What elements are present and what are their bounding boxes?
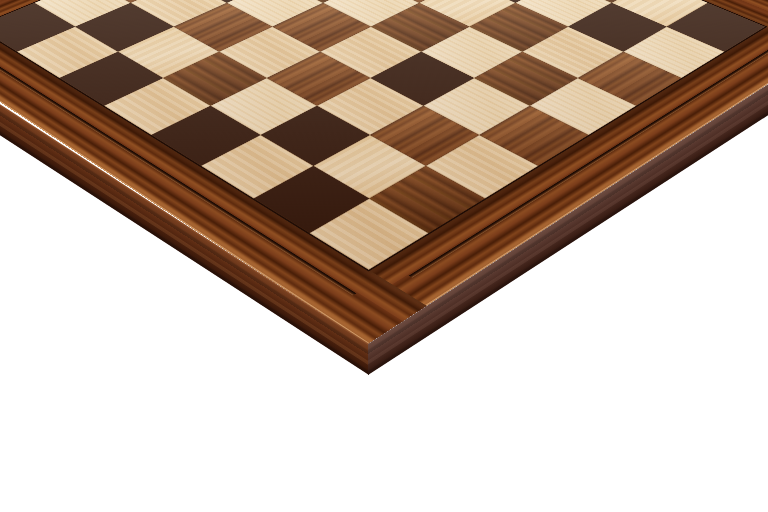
product-photo <box>0 0 768 512</box>
board-3d-scene <box>0 0 768 512</box>
